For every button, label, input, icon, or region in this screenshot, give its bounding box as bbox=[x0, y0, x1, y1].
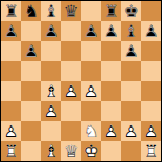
piece-black-rook[interactable]: ♜♖ bbox=[1, 1, 21, 21]
square-c1[interactable]: ♝♗ bbox=[41, 141, 61, 161]
square-h6[interactable] bbox=[141, 41, 161, 61]
square-b7[interactable] bbox=[21, 21, 41, 41]
piece-outline-glyph: ♖ bbox=[101, 1, 121, 21]
piece-outline-glyph: ♘ bbox=[81, 121, 101, 141]
piece-white-rook[interactable]: ♜♖ bbox=[1, 141, 21, 161]
square-a6[interactable] bbox=[1, 41, 21, 61]
square-h7[interactable]: ♟♙ bbox=[141, 21, 161, 41]
square-d4[interactable]: ♟♙ bbox=[61, 81, 81, 101]
piece-outline-glyph: ♙ bbox=[21, 41, 41, 61]
square-e8[interactable] bbox=[81, 1, 101, 21]
square-b8[interactable]: ♞♘ bbox=[21, 1, 41, 21]
piece-outline-glyph: ♙ bbox=[1, 21, 21, 41]
piece-black-pawn[interactable]: ♟♙ bbox=[121, 41, 141, 61]
square-f5[interactable] bbox=[101, 61, 121, 81]
square-e6[interactable] bbox=[81, 41, 101, 61]
piece-outline-glyph: ♖ bbox=[141, 141, 161, 161]
square-h5[interactable] bbox=[141, 61, 161, 81]
square-c5[interactable] bbox=[41, 61, 61, 81]
square-a4[interactable] bbox=[1, 81, 21, 101]
square-h4[interactable] bbox=[141, 81, 161, 101]
piece-outline-glyph: ♙ bbox=[101, 121, 121, 141]
square-d6[interactable] bbox=[61, 41, 81, 61]
square-g2[interactable]: ♟♙ bbox=[121, 121, 141, 141]
square-h1[interactable]: ♜♖ bbox=[141, 141, 161, 161]
square-e2[interactable]: ♞♘ bbox=[81, 121, 101, 141]
piece-black-king[interactable]: ♚♔ bbox=[121, 1, 141, 21]
square-h8[interactable] bbox=[141, 1, 161, 21]
square-e7[interactable]: ♟♙ bbox=[81, 21, 101, 41]
square-c8[interactable]: ♝♗ bbox=[41, 1, 61, 21]
piece-black-bishop[interactable]: ♝♗ bbox=[41, 1, 61, 21]
square-f8[interactable]: ♜♖ bbox=[101, 1, 121, 21]
square-d5[interactable] bbox=[61, 61, 81, 81]
piece-outline-glyph: ♙ bbox=[141, 121, 161, 141]
square-e3[interactable] bbox=[81, 101, 101, 121]
piece-outline-glyph: ♙ bbox=[81, 21, 101, 41]
square-b2[interactable] bbox=[21, 121, 41, 141]
square-g6[interactable]: ♟♙ bbox=[121, 41, 141, 61]
piece-outline-glyph: ♗ bbox=[121, 21, 141, 41]
square-c4[interactable]: ♝♗ bbox=[41, 81, 61, 101]
square-a3[interactable] bbox=[1, 101, 21, 121]
piece-outline-glyph: ♙ bbox=[1, 121, 21, 141]
square-b6[interactable]: ♟♙ bbox=[21, 41, 41, 61]
square-f1[interactable] bbox=[101, 141, 121, 161]
square-a7[interactable]: ♟♙ bbox=[1, 21, 21, 41]
piece-outline-glyph: ♘ bbox=[21, 1, 41, 21]
piece-outline-glyph: ♙ bbox=[41, 21, 61, 41]
piece-outline-glyph: ♕ bbox=[61, 141, 81, 161]
piece-white-pawn[interactable]: ♟♙ bbox=[141, 121, 161, 141]
square-b5[interactable] bbox=[21, 61, 41, 81]
piece-outline-glyph: ♗ bbox=[41, 81, 61, 101]
square-d2[interactable] bbox=[61, 121, 81, 141]
square-a2[interactable]: ♟♙ bbox=[1, 121, 21, 141]
piece-outline-glyph: ♙ bbox=[101, 21, 121, 41]
piece-outline-glyph: ♙ bbox=[61, 81, 81, 101]
square-f7[interactable]: ♟♙ bbox=[101, 21, 121, 41]
square-a1[interactable]: ♜♖ bbox=[1, 141, 21, 161]
piece-white-bishop[interactable]: ♝♗ bbox=[41, 141, 61, 161]
square-e1[interactable]: ♚♔ bbox=[81, 141, 101, 161]
piece-outline-glyph: ♗ bbox=[41, 1, 61, 21]
square-g4[interactable] bbox=[121, 81, 141, 101]
square-g3[interactable] bbox=[121, 101, 141, 121]
square-g1[interactable] bbox=[121, 141, 141, 161]
square-f6[interactable] bbox=[101, 41, 121, 61]
piece-outline-glyph: ♕ bbox=[61, 1, 81, 21]
piece-white-pawn[interactable]: ♟♙ bbox=[1, 121, 21, 141]
square-c6[interactable] bbox=[41, 41, 61, 61]
piece-outline-glyph: ♖ bbox=[1, 1, 21, 21]
piece-white-bishop[interactable]: ♝♗ bbox=[41, 81, 61, 101]
square-a5[interactable] bbox=[1, 61, 21, 81]
chess-board: ♜♖♞♘♝♗♛♕♜♖♚♔♟♙♟♙♟♙♟♙♝♗♟♙♟♙♟♙♝♗♟♙♟♙♟♙♟♙♞♘… bbox=[0, 0, 162, 162]
piece-white-pawn[interactable]: ♟♙ bbox=[121, 121, 141, 141]
square-a8[interactable]: ♜♖ bbox=[1, 1, 21, 21]
piece-black-pawn[interactable]: ♟♙ bbox=[101, 21, 121, 41]
piece-outline-glyph: ♙ bbox=[141, 21, 161, 41]
piece-outline-glyph: ♙ bbox=[121, 121, 141, 141]
piece-white-pawn[interactable]: ♟♙ bbox=[101, 121, 121, 141]
piece-black-pawn[interactable]: ♟♙ bbox=[141, 21, 161, 41]
square-b4[interactable] bbox=[21, 81, 41, 101]
piece-black-pawn[interactable]: ♟♙ bbox=[21, 41, 41, 61]
square-d1[interactable]: ♛♕ bbox=[61, 141, 81, 161]
piece-white-king[interactable]: ♚♔ bbox=[81, 141, 101, 161]
piece-outline-glyph: ♗ bbox=[41, 141, 61, 161]
square-h2[interactable]: ♟♙ bbox=[141, 121, 161, 141]
square-c2[interactable] bbox=[41, 121, 61, 141]
square-f2[interactable]: ♟♙ bbox=[101, 121, 121, 141]
square-d7[interactable] bbox=[61, 21, 81, 41]
square-c7[interactable]: ♟♙ bbox=[41, 21, 61, 41]
piece-white-pawn[interactable]: ♟♙ bbox=[81, 81, 101, 101]
square-d3[interactable] bbox=[61, 101, 81, 121]
piece-outline-glyph: ♙ bbox=[121, 41, 141, 61]
piece-outline-glyph: ♖ bbox=[1, 141, 21, 161]
square-e5[interactable] bbox=[81, 61, 101, 81]
square-c3[interactable]: ♟♙ bbox=[41, 101, 61, 121]
square-e4[interactable]: ♟♙ bbox=[81, 81, 101, 101]
square-b3[interactable] bbox=[21, 101, 41, 121]
piece-outline-glyph: ♔ bbox=[121, 1, 141, 21]
piece-black-knight[interactable]: ♞♘ bbox=[21, 1, 41, 21]
piece-outline-glyph: ♙ bbox=[41, 101, 61, 121]
square-f4[interactable] bbox=[101, 81, 121, 101]
piece-black-pawn[interactable]: ♟♙ bbox=[1, 21, 21, 41]
piece-white-pawn[interactable]: ♟♙ bbox=[61, 81, 81, 101]
piece-outline-glyph: ♙ bbox=[81, 81, 101, 101]
piece-outline-glyph: ♔ bbox=[81, 141, 101, 161]
piece-white-knight[interactable]: ♞♘ bbox=[81, 121, 101, 141]
square-d8[interactable]: ♛♕ bbox=[61, 1, 81, 21]
piece-white-rook[interactable]: ♜♖ bbox=[141, 141, 161, 161]
square-f3[interactable] bbox=[101, 101, 121, 121]
square-g7[interactable]: ♝♗ bbox=[121, 21, 141, 41]
square-g5[interactable] bbox=[121, 61, 141, 81]
piece-black-rook[interactable]: ♜♖ bbox=[101, 1, 121, 21]
square-b1[interactable] bbox=[21, 141, 41, 161]
piece-black-bishop[interactable]: ♝♗ bbox=[121, 21, 141, 41]
square-g8[interactable]: ♚♔ bbox=[121, 1, 141, 21]
piece-black-queen[interactable]: ♛♕ bbox=[61, 1, 81, 21]
piece-black-pawn[interactable]: ♟♙ bbox=[81, 21, 101, 41]
square-h3[interactable] bbox=[141, 101, 161, 121]
piece-white-queen[interactable]: ♛♕ bbox=[61, 141, 81, 161]
piece-white-pawn[interactable]: ♟♙ bbox=[41, 101, 61, 121]
piece-black-pawn[interactable]: ♟♙ bbox=[41, 21, 61, 41]
